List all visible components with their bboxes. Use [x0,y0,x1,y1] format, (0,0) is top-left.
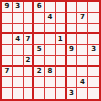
cell-r9c2-empty[interactable] [13,88,24,99]
cell-r4c2-given: 4 [13,34,24,45]
cell-r8c8-given: 4 [77,77,88,88]
cell-r7c6-empty[interactable] [56,67,67,78]
cell-r8c1-empty[interactable] [2,77,13,88]
cell-r5c7-given: 9 [67,45,78,56]
cell-r6c3-given: 2 [24,56,35,67]
cell-r7c4-given: 2 [34,67,45,78]
cell-r5c1-empty[interactable] [2,45,13,56]
cell-r4c1-empty[interactable] [2,34,13,45]
cell-r7c7-empty[interactable] [67,67,78,78]
cell-r1c3-empty[interactable] [24,2,35,13]
cell-r5c2-empty[interactable] [13,45,24,56]
cell-r1c2-given: 3 [13,2,24,13]
cell-r6c4-empty[interactable] [34,56,45,67]
cell-r1c8-empty[interactable] [77,2,88,13]
cell-r9c1-empty[interactable] [2,88,13,99]
cell-r2c4-empty[interactable] [34,13,45,24]
cell-r9c3-empty[interactable] [24,88,35,99]
cell-r1c1-given: 9 [2,2,13,13]
cell-r5c6-empty[interactable] [56,45,67,56]
cell-r1c5-empty[interactable] [45,2,56,13]
cell-r6c5-empty[interactable] [45,56,56,67]
cell-r8c3-empty[interactable] [24,77,35,88]
cell-r8c7-empty[interactable] [67,77,78,88]
cell-r2c5-given: 4 [45,13,56,24]
cell-r4c9-empty[interactable] [88,34,99,45]
cell-r6c8-empty[interactable] [77,56,88,67]
cell-r7c9-empty[interactable] [88,67,99,78]
cell-r2c6-empty[interactable] [56,13,67,24]
cell-r2c7-empty[interactable] [67,13,78,24]
cell-r5c4-given: 5 [34,45,45,56]
cell-r8c4-empty[interactable] [34,77,45,88]
cell-r9c5-empty[interactable] [45,88,56,99]
cell-r8c2-empty[interactable] [13,77,24,88]
cell-r5c5-empty[interactable] [45,45,56,56]
cell-r3c5-empty[interactable] [45,24,56,35]
cell-r1c7-empty[interactable] [67,2,78,13]
cell-r3c1-empty[interactable] [2,24,13,35]
cell-r7c5-given: 8 [45,67,56,78]
cell-r2c2-empty[interactable] [13,13,24,24]
cell-r1c4-given: 6 [34,2,45,13]
cell-r2c3-empty[interactable] [24,13,35,24]
cell-r9c6-empty[interactable] [56,88,67,99]
cell-r1c6-empty[interactable] [56,2,67,13]
cell-r4c5-empty[interactable] [45,34,56,45]
cell-r5c3-empty[interactable] [24,45,35,56]
cell-r2c8-given: 7 [77,13,88,24]
cell-r2c1-empty[interactable] [2,13,13,24]
cell-r8c9-empty[interactable] [88,77,99,88]
cell-r9c8-empty[interactable] [77,88,88,99]
cell-r7c1-given: 7 [2,67,13,78]
cell-r3c6-empty[interactable] [56,24,67,35]
cell-r4c4-empty[interactable] [34,34,45,45]
cell-r8c6-empty[interactable] [56,77,67,88]
cell-r2c9-empty[interactable] [88,13,99,24]
cell-r5c8-empty[interactable] [77,45,88,56]
cell-r4c8-empty[interactable] [77,34,88,45]
cell-r3c9-empty[interactable] [88,24,99,35]
cell-r6c1-empty[interactable] [2,56,13,67]
cell-r4c6-given: 1 [56,34,67,45]
cell-r3c2-empty[interactable] [13,24,24,35]
cell-r5c9-given: 3 [88,45,99,56]
cell-r7c8-empty[interactable] [77,67,88,78]
cell-r6c7-empty[interactable] [67,56,78,67]
cell-r7c3-empty[interactable] [24,67,35,78]
cell-r6c6-empty[interactable] [56,56,67,67]
cell-r1c9-empty[interactable] [88,2,99,13]
cell-r3c8-empty[interactable] [77,24,88,35]
cell-r6c9-empty[interactable] [88,56,99,67]
cell-r7c2-empty[interactable] [13,67,24,78]
cell-r3c3-empty[interactable] [24,24,35,35]
sudoku-board: 93647471593272843 [0,0,101,101]
cell-r4c3-given: 7 [24,34,35,45]
cell-r9c9-empty[interactable] [88,88,99,99]
cell-r3c4-empty[interactable] [34,24,45,35]
cell-r4c7-empty[interactable] [67,34,78,45]
cell-r9c7-given: 3 [67,88,78,99]
cell-r3c7-empty[interactable] [67,24,78,35]
cell-r8c5-empty[interactable] [45,77,56,88]
cell-r9c4-empty[interactable] [34,88,45,99]
cell-r6c2-empty[interactable] [13,56,24,67]
